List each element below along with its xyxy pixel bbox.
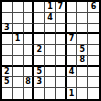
cell-r7c3[interactable]: [24, 67, 35, 78]
cell-r2c2[interactable]: [13, 13, 24, 24]
cell-r5c6[interactable]: [56, 45, 67, 56]
cell-r8c1[interactable]: 5: [2, 77, 13, 88]
cell-r6c2[interactable]: [13, 56, 24, 67]
cell-r4c2[interactable]: 1: [13, 34, 24, 45]
cell-r8c6[interactable]: [56, 77, 67, 88]
cell-r9c3[interactable]: [24, 88, 35, 99]
cell-r4c4[interactable]: [34, 34, 45, 45]
cell-r2c9[interactable]: [88, 13, 99, 24]
cell-r8c3[interactable]: 8: [24, 77, 35, 88]
cell-r1c7[interactable]: [67, 2, 78, 13]
cell-r5c4[interactable]: 2: [34, 45, 45, 56]
cell-r9c1[interactable]: [2, 88, 13, 99]
cell-r9c7[interactable]: 1: [67, 88, 78, 99]
cell-r5c9[interactable]: [88, 45, 99, 56]
cell-r7c9[interactable]: [88, 67, 99, 78]
cell-r1c1[interactable]: [2, 2, 13, 13]
cell-r7c6[interactable]: [56, 67, 67, 78]
cell-r1c2[interactable]: [13, 2, 24, 13]
cell-r7c5[interactable]: [45, 67, 56, 78]
cell-r9c8[interactable]: [77, 88, 88, 99]
cell-r8c2[interactable]: [13, 77, 24, 88]
cell-r6c6[interactable]: [56, 56, 67, 67]
cell-r2c3[interactable]: [24, 13, 35, 24]
cell-r8c7[interactable]: [67, 77, 78, 88]
cell-r6c1[interactable]: [2, 56, 13, 67]
cell-r5c8[interactable]: 5: [77, 45, 88, 56]
cell-r3c5[interactable]: [45, 24, 56, 35]
cell-r6c7[interactable]: [67, 56, 78, 67]
cell-r4c5[interactable]: [45, 34, 56, 45]
cell-r1c4[interactable]: [34, 2, 45, 13]
cell-r3c9[interactable]: [88, 24, 99, 35]
cell-r7c2[interactable]: [13, 67, 24, 78]
cell-r9c5[interactable]: [45, 88, 56, 99]
cell-r3c4[interactable]: [34, 24, 45, 35]
cell-r1c8[interactable]: [77, 2, 88, 13]
cell-r2c4[interactable]: [34, 13, 45, 24]
cell-r3c6[interactable]: [56, 24, 67, 35]
cell-r2c6[interactable]: [56, 13, 67, 24]
cell-r7c1[interactable]: 2: [2, 67, 13, 78]
cell-r4c3[interactable]: [24, 34, 35, 45]
cell-r1c5[interactable]: 1: [45, 2, 56, 13]
cell-r9c6[interactable]: [56, 88, 67, 99]
cell-r4c7[interactable]: 7: [67, 34, 78, 45]
cell-r5c1[interactable]: [2, 45, 13, 56]
cell-r1c9[interactable]: 6: [88, 2, 99, 13]
cell-r4c6[interactable]: [56, 34, 67, 45]
cell-r3c2[interactable]: [13, 24, 24, 35]
cell-r2c1[interactable]: [2, 13, 13, 24]
cell-r6c5[interactable]: [45, 56, 56, 67]
cell-r3c3[interactable]: [24, 24, 35, 35]
cell-r5c5[interactable]: [45, 45, 56, 56]
cell-r2c7[interactable]: [67, 13, 78, 24]
cell-r3c1[interactable]: 3: [2, 24, 13, 35]
cell-r3c7[interactable]: [67, 24, 78, 35]
cell-r6c3[interactable]: [24, 56, 35, 67]
cell-r5c7[interactable]: [67, 45, 78, 56]
cell-r8c9[interactable]: [88, 77, 99, 88]
cell-r2c8[interactable]: [77, 13, 88, 24]
cell-r4c1[interactable]: [2, 34, 13, 45]
cell-r1c6[interactable]: 7: [56, 2, 67, 13]
cell-r7c8[interactable]: [77, 67, 88, 78]
cell-r4c9[interactable]: [88, 34, 99, 45]
cell-r2c5[interactable]: 4: [45, 13, 56, 24]
cell-r7c7[interactable]: 4: [67, 67, 78, 78]
cell-r6c9[interactable]: [88, 56, 99, 67]
cell-r9c4[interactable]: [34, 88, 45, 99]
cell-r9c9[interactable]: [88, 88, 99, 99]
cell-r5c3[interactable]: [24, 45, 35, 56]
cell-r8c4[interactable]: 3: [34, 77, 45, 88]
sudoku-board: 17643172582545831: [0, 0, 101, 101]
cell-r6c8[interactable]: 8: [77, 56, 88, 67]
cell-r8c8[interactable]: [77, 77, 88, 88]
cell-r1c3[interactable]: [24, 2, 35, 13]
cell-r4c8[interactable]: [77, 34, 88, 45]
cell-r3c8[interactable]: [77, 24, 88, 35]
cell-r7c4[interactable]: 5: [34, 67, 45, 78]
cell-r8c5[interactable]: [45, 77, 56, 88]
cell-r6c4[interactable]: [34, 56, 45, 67]
cell-r5c2[interactable]: [13, 45, 24, 56]
cell-r9c2[interactable]: [13, 88, 24, 99]
